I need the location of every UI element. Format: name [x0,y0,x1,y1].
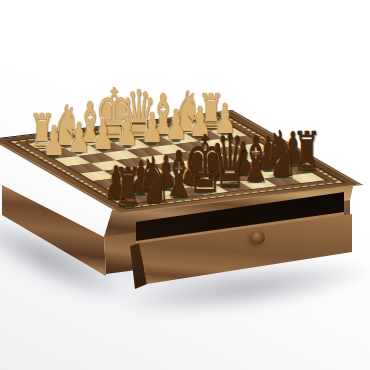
drawer-left-end [125,205,165,295]
floor-shadow-left [0,201,133,315]
floor-shadow-wide [0,209,343,330]
storage-drawer [125,205,355,295]
floor-shadow-drawer [116,250,370,326]
drawer-knob-icon [252,231,265,244]
chess-set-product-photo: ♜♞♝♚♛♝♞♜♟♟♟♟♟♟♟♟♟♟♟♟♟♟♟♟♜♞♝♚♛♝♞♜ [0,0,370,370]
checkerboard [28,121,325,204]
chess-board [0,110,363,214]
